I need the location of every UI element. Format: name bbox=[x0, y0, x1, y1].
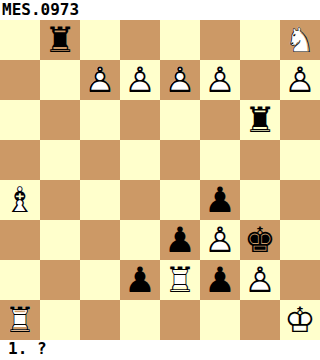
square-c6[interactable] bbox=[80, 100, 120, 140]
square-a1[interactable]: ♜♖ bbox=[0, 300, 40, 340]
square-c3[interactable] bbox=[80, 220, 120, 260]
square-g5[interactable] bbox=[240, 140, 280, 180]
square-e8[interactable] bbox=[160, 20, 200, 60]
square-e4[interactable] bbox=[160, 180, 200, 220]
white-pawn[interactable]: ♙ bbox=[200, 220, 240, 260]
square-h1[interactable]: ♚♔ bbox=[280, 300, 320, 340]
square-a7[interactable] bbox=[0, 60, 40, 100]
square-d8[interactable] bbox=[120, 20, 160, 60]
chess-puzzle-window: MES.0973 ♜♞♘♟♙♟♙♟♙♟♙♟♙♜♝♗♟♟♟♙♚♟♜♖♟♟♙♜♖♚♔… bbox=[0, 0, 320, 360]
square-c5[interactable] bbox=[80, 140, 120, 180]
square-d5[interactable] bbox=[120, 140, 160, 180]
white-pawn[interactable]: ♙ bbox=[160, 60, 200, 100]
square-g6[interactable]: ♜ bbox=[240, 100, 280, 140]
square-f5[interactable] bbox=[200, 140, 240, 180]
square-e3[interactable]: ♟ bbox=[160, 220, 200, 260]
square-b5[interactable] bbox=[40, 140, 80, 180]
square-g2[interactable]: ♟♙ bbox=[240, 260, 280, 300]
chess-board: ♜♞♘♟♙♟♙♟♙♟♙♟♙♜♝♗♟♟♟♙♚♟♜♖♟♟♙♜♖♚♔ bbox=[0, 20, 320, 340]
square-c2[interactable] bbox=[80, 260, 120, 300]
square-h5[interactable] bbox=[280, 140, 320, 180]
square-f8[interactable] bbox=[200, 20, 240, 60]
square-a4[interactable]: ♝♗ bbox=[0, 180, 40, 220]
white-king[interactable]: ♔ bbox=[280, 300, 320, 340]
white-pawn[interactable]: ♙ bbox=[120, 60, 160, 100]
white-knight[interactable]: ♘ bbox=[280, 20, 320, 60]
black-pawn[interactable]: ♟ bbox=[120, 260, 160, 300]
square-a6[interactable] bbox=[0, 100, 40, 140]
square-b3[interactable] bbox=[40, 220, 80, 260]
square-f3[interactable]: ♟♙ bbox=[200, 220, 240, 260]
square-a8[interactable] bbox=[0, 20, 40, 60]
square-h6[interactable] bbox=[280, 100, 320, 140]
square-f1[interactable] bbox=[200, 300, 240, 340]
square-d4[interactable] bbox=[120, 180, 160, 220]
white-rook[interactable]: ♖ bbox=[160, 260, 200, 300]
square-e2[interactable]: ♜♖ bbox=[160, 260, 200, 300]
square-g4[interactable] bbox=[240, 180, 280, 220]
square-a3[interactable] bbox=[0, 220, 40, 260]
square-f4[interactable]: ♟ bbox=[200, 180, 240, 220]
puzzle-id: MES.0973 bbox=[0, 0, 320, 20]
black-pawn[interactable]: ♟ bbox=[200, 180, 240, 220]
square-e5[interactable] bbox=[160, 140, 200, 180]
move-prompt: 1. ? bbox=[0, 340, 320, 360]
black-king[interactable]: ♚ bbox=[240, 220, 280, 260]
square-d7[interactable]: ♟♙ bbox=[120, 60, 160, 100]
white-bishop[interactable]: ♗ bbox=[0, 180, 40, 220]
square-g3[interactable]: ♚ bbox=[240, 220, 280, 260]
square-c8[interactable] bbox=[80, 20, 120, 60]
square-d6[interactable] bbox=[120, 100, 160, 140]
square-f2[interactable]: ♟ bbox=[200, 260, 240, 300]
square-g8[interactable] bbox=[240, 20, 280, 60]
square-c4[interactable] bbox=[80, 180, 120, 220]
square-e1[interactable] bbox=[160, 300, 200, 340]
black-pawn[interactable]: ♟ bbox=[200, 260, 240, 300]
square-c7[interactable]: ♟♙ bbox=[80, 60, 120, 100]
black-pawn[interactable]: ♟ bbox=[160, 220, 200, 260]
square-e6[interactable] bbox=[160, 100, 200, 140]
square-f6[interactable] bbox=[200, 100, 240, 140]
black-rook[interactable]: ♜ bbox=[240, 100, 280, 140]
white-pawn[interactable]: ♙ bbox=[200, 60, 240, 100]
square-c1[interactable] bbox=[80, 300, 120, 340]
square-g1[interactable] bbox=[240, 300, 280, 340]
square-h3[interactable] bbox=[280, 220, 320, 260]
square-f7[interactable]: ♟♙ bbox=[200, 60, 240, 100]
square-b6[interactable] bbox=[40, 100, 80, 140]
square-b4[interactable] bbox=[40, 180, 80, 220]
square-b7[interactable] bbox=[40, 60, 80, 100]
square-d3[interactable] bbox=[120, 220, 160, 260]
square-a5[interactable] bbox=[0, 140, 40, 180]
square-d2[interactable]: ♟ bbox=[120, 260, 160, 300]
square-h7[interactable]: ♟♙ bbox=[280, 60, 320, 100]
black-rook[interactable]: ♜ bbox=[40, 20, 80, 60]
white-rook[interactable]: ♖ bbox=[0, 300, 40, 340]
square-h4[interactable] bbox=[280, 180, 320, 220]
square-b8[interactable]: ♜ bbox=[40, 20, 80, 60]
square-b1[interactable] bbox=[40, 300, 80, 340]
square-h8[interactable]: ♞♘ bbox=[280, 20, 320, 60]
white-pawn[interactable]: ♙ bbox=[240, 260, 280, 300]
square-e7[interactable]: ♟♙ bbox=[160, 60, 200, 100]
white-pawn[interactable]: ♙ bbox=[80, 60, 120, 100]
square-d1[interactable] bbox=[120, 300, 160, 340]
square-g7[interactable] bbox=[240, 60, 280, 100]
square-b2[interactable] bbox=[40, 260, 80, 300]
square-a2[interactable] bbox=[0, 260, 40, 300]
white-pawn[interactable]: ♙ bbox=[280, 60, 320, 100]
square-h2[interactable] bbox=[280, 260, 320, 300]
